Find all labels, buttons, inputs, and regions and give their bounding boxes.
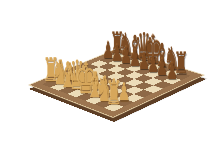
white-rook-icon: ♜ <box>106 77 123 110</box>
black-pawn-icon: ♟ <box>166 60 178 83</box>
piece-white-rook-h1[interactable]: ♜ <box>103 84 125 109</box>
chess-set-photo: ♜♞♝♛♚♝♞♜♟♟♟♟♟♟♟♟♟♟♟♟♟♟♟♟♜♞♝♛♚♝♞♜ <box>0 0 220 146</box>
piece-black-pawn-h7[interactable]: ♟ <box>164 65 180 83</box>
